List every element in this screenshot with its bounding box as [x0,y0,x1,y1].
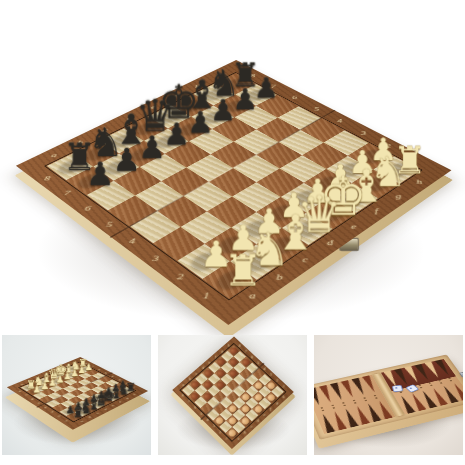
coord-text: 5 [314,105,319,111]
nail-dot [448,378,451,380]
white-pawn: ♟ [26,385,48,395]
nail-dot [420,387,423,389]
thumbnail-backgammon-view[interactable] [314,335,463,455]
backgammon-point [341,380,357,398]
nail-dot [342,402,345,404]
coord-text: 8 [238,344,240,348]
coord-text: 2 [57,414,60,417]
nail-dot [365,400,368,402]
backgammon-case [314,355,463,440]
thumbnail-chess-view[interactable]: abcdefgh8♜♞♝♛♚♝♞♜87♟♟♟♟♟♟♟♟7665544332♟♟♟… [2,335,151,455]
thumbnail-checkers-view[interactable]: abcdefgh8877665544332211abcdefgh [158,335,307,455]
coord-text: e [51,370,53,372]
coord-text: 7 [91,365,93,367]
nail-dot [438,380,441,382]
coord-text: g [195,82,201,88]
nail-dot [430,385,433,387]
nail-dot [363,397,366,399]
backgammon-point [319,385,334,403]
coord-text: c [250,424,252,429]
coord-text: h [227,344,229,348]
coord-text: d [44,373,46,375]
coord-text: f [270,406,271,411]
nail-dot [321,407,324,409]
coord-text: 8 [85,362,87,364]
coord-text: 6 [194,405,196,410]
coord-text: 5 [200,411,202,416]
coord-text: 4 [128,236,136,245]
coord-text: 8 [18,390,21,393]
coord-text: 1 [203,290,210,300]
point-row [316,399,395,434]
chess-scene-3d: abcdefgh8♜♞♝♛♚♝♞♜87♟♟♟♟♟♟♟♟7665544332♟♟♟… [79,14,387,322]
nail-dot [331,405,334,407]
coord-text: 8 [250,73,255,78]
board-grid: abcdefgh8♜♞♝♛♚♝♞♜87♟♟♟♟♟♟♟♟7665544332♟♟♟… [7,357,148,430]
hinge-right [459,371,463,377]
coord-text: 3 [118,378,120,380]
nail-dot [343,405,346,407]
dark-checker-disc [228,357,238,366]
coord-text: d [202,366,204,371]
coord-text: g [221,349,223,353]
backgammon-point [331,410,347,430]
coord-text: 4 [206,417,208,422]
coord-text: d [257,418,259,423]
coord-text: 3 [212,424,214,429]
coord-text: 5 [106,219,114,227]
coord-text: 8 [43,174,51,181]
board-grid: abcdefgh8877665544332211abcdefgh [172,337,294,449]
coord-text: 2 [177,271,184,281]
coord-text: 7 [244,349,246,353]
coord-text: 2 [276,378,278,383]
coord-text: 7 [24,394,27,397]
thumbnail-row: abcdefgh8♜♞♝♛♚♝♞♜87♟♟♟♟♟♟♟♟7665544332♟♟♟… [2,335,463,455]
coord-text: 6 [84,204,92,212]
black-rook: ♜ [66,407,90,419]
coord-text: 7 [63,189,71,197]
nail-dot-row [321,395,377,409]
product-photo-stage: abcdefgh8♜♞♝♛♚♝♞♜87♟♟♟♟♟♟♟♟7665544332♟♟♟… [0,0,465,465]
coord-text: c [195,371,197,376]
nail-dot [354,402,357,404]
coord-text: e [263,412,265,417]
checkers-board: abcdefgh8877665544332211abcdefgh [172,337,294,449]
backgammon-point [409,392,427,411]
backgammon-point [435,359,453,376]
coord-text: d [127,115,133,121]
backgammon-point [419,390,437,409]
coord-text: h [282,395,284,400]
backgammon-point [364,403,381,423]
coord-text: 4 [337,117,343,123]
coord-text: 8 [181,393,183,398]
point-row [314,375,381,407]
backgammon-point [451,383,463,401]
coord-text: 3 [360,129,366,135]
nail-dot [418,385,421,387]
nail-dot [333,407,336,409]
coord-text: 1 [65,419,68,422]
backgammon-point [342,408,359,428]
coord-text: a [249,290,256,300]
chess-board-small: abcdefgh8♜♞♝♛♚♝♞♜87♟♟♟♟♟♟♟♟7665544332♟♟♟… [7,357,148,430]
main-photo-chess-board[interactable]: abcdefgh8♜♞♝♛♚♝♞♜87♟♟♟♟♟♟♟♟7665544332♟♟♟… [0,0,465,330]
coord-text: 4 [111,375,113,377]
coord-text: a [237,436,239,441]
nail-dot [450,380,453,382]
coord-text: b [189,377,191,382]
coord-text: 6 [251,355,253,360]
nail-dot [440,382,443,384]
black-pawn: ♟ [63,158,138,190]
coord-text: 7 [188,399,190,404]
coord-text: 5 [257,361,259,366]
coord-text: h [216,72,221,77]
nail-dot [375,397,378,399]
board-grid: abcdefgh8♜♞♝♛♚♝♞♜87♟♟♟♟♟♟♟♟7665544332♟♟♟… [16,60,452,325]
coord-text: 3 [152,253,160,262]
backgammon-point [440,385,459,403]
coord-text: 6 [292,94,297,100]
checkers-scene-3d: abcdefgh8877665544332211abcdefgh [190,348,276,434]
coord-text: 3 [269,372,271,377]
nail-dot [400,392,403,394]
white-rook: ♜ [200,249,285,292]
coord-text: 4 [263,367,265,372]
chess-board: abcdefgh8♜♞♝♛♚♝♞♜87♟♟♟♟♟♟♟♟7665544332♟♟♟… [16,60,452,325]
coord-text: 3 [50,410,53,413]
backgammon-point [353,405,370,425]
coord-text: 4 [44,406,47,409]
coord-text: e [208,360,210,365]
coord-text: g [65,364,67,366]
coord-text: 6 [98,368,100,370]
backgammon-point [330,383,346,401]
nail-dot [374,395,377,397]
backgammon-point [319,413,335,433]
nail-dot-row [322,397,378,411]
coord-text: f [215,355,216,359]
coord-text: 6 [31,398,34,401]
coord-text: 1 [225,436,227,441]
coord-text: a [182,383,184,388]
backgammon-scene-3d [314,353,463,435]
coord-text: h [72,362,74,364]
coord-text: a [80,419,83,422]
chess-scene-3d-small: abcdefgh8♜♞♝♛♚♝♞♜87♟♟♟♟♟♟♟♟7665544332♟♟♟… [27,339,127,439]
coord-text: 5 [104,372,106,374]
coord-text: b [243,430,245,435]
coord-text: 2 [219,430,221,435]
coord-text: 7 [271,83,276,89]
backgammon-point [430,387,448,406]
coord-text: 1 [282,384,284,389]
coord-text: g [276,401,278,406]
nail-dot [428,382,431,384]
nail-dot [322,410,325,412]
nail-dot [353,400,356,402]
